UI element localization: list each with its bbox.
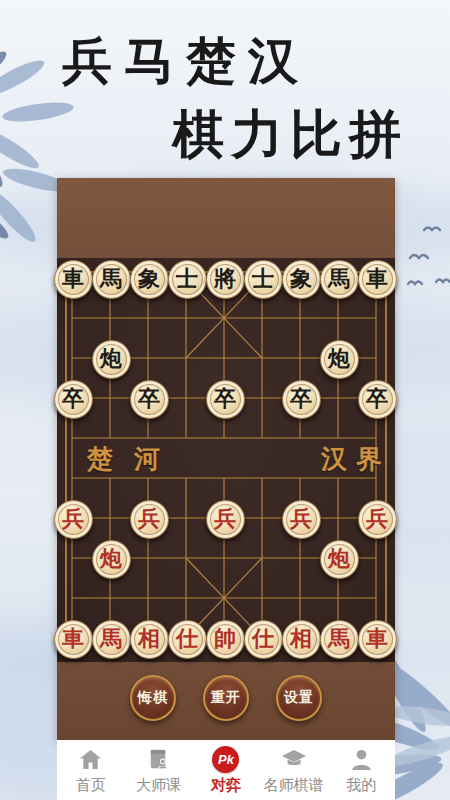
piece-red-f6r10[interactable]: 仕 — [244, 620, 283, 659]
piece-red-f7r7[interactable]: 兵 — [282, 500, 321, 539]
piece-black-f6r1[interactable]: 士 — [244, 260, 283, 299]
piece-black-f5r1[interactable]: 將 — [206, 260, 245, 299]
piece-red-f4r10[interactable]: 仕 — [168, 620, 207, 659]
graduation-cap-icon — [280, 746, 307, 773]
nav-label: 首页 — [76, 776, 106, 795]
piece-black-f1r1[interactable]: 車 — [54, 260, 93, 299]
nav-label: 名师棋谱 — [264, 776, 324, 795]
piece-black-f5r4[interactable]: 卒 — [206, 380, 245, 419]
piece-red-f8r8[interactable]: 炮 — [320, 540, 359, 579]
title-line-2: 棋力比拼 — [172, 100, 408, 170]
undo-move-button[interactable]: 悔棋 — [130, 675, 176, 721]
nav-label: 对弈 — [211, 776, 241, 795]
home-icon — [77, 746, 104, 773]
piece-red-f7r10[interactable]: 相 — [282, 620, 321, 659]
piece-black-f9r4[interactable]: 卒 — [358, 380, 397, 419]
nav-label: 大师课 — [136, 776, 181, 795]
piece-black-f2r3[interactable]: 炮 — [92, 340, 131, 379]
piece-black-f8r3[interactable]: 炮 — [320, 340, 359, 379]
piece-black-f1r4[interactable]: 卒 — [54, 380, 93, 419]
board-pieces: 車馬象士將士象馬車炮炮卒卒卒卒卒兵兵兵兵兵炮炮車馬相仕帥仕相馬車 — [57, 258, 395, 662]
bottom-nav: 首页 大师课 Pk 对弈 — [57, 740, 395, 800]
piece-red-f5r10[interactable]: 帥 — [206, 620, 245, 659]
masterclass-icon — [145, 746, 172, 773]
piece-black-f7r4[interactable]: 卒 — [282, 380, 321, 419]
piece-black-f7r1[interactable]: 象 — [282, 260, 321, 299]
piece-red-f9r10[interactable]: 車 — [358, 620, 397, 659]
nav-item-profile[interactable]: 我的 — [327, 740, 395, 800]
profile-icon — [348, 746, 375, 773]
piece-red-f5r7[interactable]: 兵 — [206, 500, 245, 539]
nav-item-play[interactable]: Pk 对弈 — [192, 740, 260, 800]
piece-black-f9r1[interactable]: 車 — [358, 260, 397, 299]
piece-red-f1r10[interactable]: 車 — [54, 620, 93, 659]
piece-red-f2r8[interactable]: 炮 — [92, 540, 131, 579]
game-panel: 楚河 汉界 車馬象士將士象馬車炮炮卒卒卒卒卒兵兵兵兵兵炮炮車馬相仕帥仕相馬車 悔… — [57, 178, 395, 740]
piece-red-f3r10[interactable]: 相 — [130, 620, 169, 659]
title-line-1: 兵马楚汉 — [62, 28, 310, 95]
settings-button[interactable]: 设置 — [276, 675, 322, 721]
restart-button[interactable]: 重开 — [203, 675, 249, 721]
nav-label: 我的 — [346, 776, 376, 795]
nav-item-home[interactable]: 首页 — [57, 740, 125, 800]
piece-black-f4r1[interactable]: 士 — [168, 260, 207, 299]
xiangqi-board[interactable]: 楚河 汉界 車馬象士將士象馬車炮炮卒卒卒卒卒兵兵兵兵兵炮炮車馬相仕帥仕相馬車 — [57, 258, 395, 662]
nav-item-records[interactable]: 名师棋谱 — [260, 740, 328, 800]
piece-red-f2r10[interactable]: 馬 — [92, 620, 131, 659]
nav-item-masterclass[interactable]: 大师课 — [125, 740, 193, 800]
piece-black-f2r1[interactable]: 馬 — [92, 260, 131, 299]
pk-icon: Pk — [212, 746, 239, 773]
piece-red-f1r7[interactable]: 兵 — [54, 500, 93, 539]
piece-black-f3r4[interactable]: 卒 — [130, 380, 169, 419]
piece-black-f3r1[interactable]: 象 — [130, 260, 169, 299]
piece-red-f8r10[interactable]: 馬 — [320, 620, 359, 659]
piece-red-f3r7[interactable]: 兵 — [130, 500, 169, 539]
piece-black-f8r1[interactable]: 馬 — [320, 260, 359, 299]
piece-red-f9r7[interactable]: 兵 — [358, 500, 397, 539]
app-screen: 兵马楚汉 棋力比拼 楚河 — [0, 0, 450, 800]
